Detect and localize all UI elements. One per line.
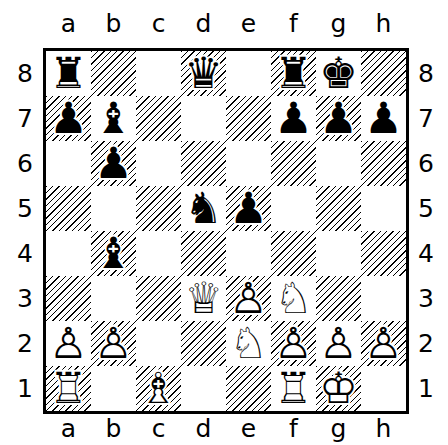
square-b6[interactable]: ♟♟ xyxy=(91,141,136,186)
file-label-b: b xyxy=(91,412,136,445)
square-g3[interactable] xyxy=(316,276,361,321)
piece-white-knight[interactable]: ♞♘ xyxy=(271,276,316,321)
rank-label-2: 2 xyxy=(411,321,441,366)
file-label-a: a xyxy=(46,412,91,445)
square-a5[interactable] xyxy=(46,186,91,231)
piece-black-bishop[interactable]: ♝♝ xyxy=(91,96,136,141)
file-label-e: e xyxy=(226,4,271,42)
square-d2[interactable] xyxy=(181,321,226,366)
file-label-c: c xyxy=(136,4,181,42)
square-d3[interactable]: ♛♕ xyxy=(181,276,226,321)
rank-label-7: 7 xyxy=(411,96,441,141)
square-b7[interactable]: ♝♝ xyxy=(91,96,136,141)
file-label-e: e xyxy=(226,412,271,445)
piece-white-pawn[interactable]: ♟♙ xyxy=(46,321,91,366)
rank-label-5: 5 xyxy=(10,186,40,231)
piece-white-pawn[interactable]: ♟♙ xyxy=(361,321,406,366)
piece-black-king[interactable]: ♚♚ xyxy=(316,51,361,96)
square-d5[interactable]: ♞♞ xyxy=(181,186,226,231)
square-f3[interactable]: ♞♘ xyxy=(271,276,316,321)
rank-label-8: 8 xyxy=(411,51,441,96)
piece-glyph: ♚ xyxy=(316,51,361,96)
piece-white-bishop[interactable]: ♝♗ xyxy=(136,366,181,411)
square-b4[interactable]: ♝♝ xyxy=(91,231,136,276)
file-label-g: g xyxy=(316,412,361,445)
piece-white-pawn[interactable]: ♟♙ xyxy=(271,321,316,366)
piece-white-rook[interactable]: ♜♖ xyxy=(271,366,316,411)
square-c4[interactable] xyxy=(136,231,181,276)
files-top: abcdefgh xyxy=(46,4,406,42)
piece-black-rook[interactable]: ♜♜ xyxy=(46,51,91,96)
rank-label-1: 1 xyxy=(10,366,40,411)
square-e4[interactable] xyxy=(226,231,271,276)
piece-white-pawn[interactable]: ♟♙ xyxy=(316,321,361,366)
square-g5[interactable] xyxy=(316,186,361,231)
file-label-g: g xyxy=(316,4,361,42)
square-g7[interactable]: ♟♟ xyxy=(316,96,361,141)
piece-black-pawn[interactable]: ♟♟ xyxy=(316,96,361,141)
square-d6[interactable] xyxy=(181,141,226,186)
square-a2[interactable]: ♟♙ xyxy=(46,321,91,366)
piece-glyph: ♛ xyxy=(181,51,226,96)
piece-glyph: ♙ xyxy=(226,276,271,321)
square-e3[interactable]: ♟♙ xyxy=(226,276,271,321)
square-c7[interactable] xyxy=(136,96,181,141)
square-g8[interactable]: ♚♚ xyxy=(316,51,361,96)
piece-glyph: ♟ xyxy=(46,96,91,141)
piece-white-knight[interactable]: ♞♘ xyxy=(226,321,271,366)
piece-glyph: ♟ xyxy=(361,96,406,141)
square-f5[interactable] xyxy=(271,186,316,231)
square-f2[interactable]: ♟♙ xyxy=(271,321,316,366)
piece-glyph: ♗ xyxy=(136,366,181,411)
square-b1[interactable] xyxy=(91,366,136,411)
square-a1[interactable]: ♜♖ xyxy=(46,366,91,411)
square-h1[interactable] xyxy=(361,366,406,411)
square-b3[interactable] xyxy=(91,276,136,321)
file-label-d: d xyxy=(181,412,226,445)
piece-glyph: ♟ xyxy=(271,96,316,141)
square-h7[interactable]: ♟♟ xyxy=(361,96,406,141)
piece-white-pawn[interactable]: ♟♙ xyxy=(226,276,271,321)
square-f6[interactable] xyxy=(271,141,316,186)
piece-glyph: ♘ xyxy=(271,276,316,321)
piece-black-pawn[interactable]: ♟♟ xyxy=(226,186,271,231)
files-bottom: abcdefgh xyxy=(46,412,406,445)
square-g4[interactable] xyxy=(316,231,361,276)
square-f4[interactable] xyxy=(271,231,316,276)
square-b2[interactable]: ♟♙ xyxy=(91,321,136,366)
square-a3[interactable] xyxy=(46,276,91,321)
file-label-a: a xyxy=(46,4,91,42)
ranks-left: 87654321 xyxy=(10,51,40,411)
square-e5[interactable]: ♟♟ xyxy=(226,186,271,231)
square-b5[interactable] xyxy=(91,186,136,231)
piece-glyph: ♖ xyxy=(46,366,91,411)
square-h5[interactable] xyxy=(361,186,406,231)
rank-label-3: 3 xyxy=(10,276,40,321)
piece-black-pawn[interactable]: ♟♟ xyxy=(46,96,91,141)
piece-white-rook[interactable]: ♜♖ xyxy=(46,366,91,411)
piece-glyph: ♞ xyxy=(181,186,226,231)
file-label-b: b xyxy=(91,4,136,42)
square-a8[interactable]: ♜♜ xyxy=(46,51,91,96)
file-label-f: f xyxy=(271,4,316,42)
piece-black-rook[interactable]: ♜♜ xyxy=(271,51,316,96)
rank-label-8: 8 xyxy=(10,51,40,96)
piece-glyph: ♘ xyxy=(226,321,271,366)
rank-label-1: 1 xyxy=(411,366,441,411)
piece-black-pawn[interactable]: ♟♟ xyxy=(271,96,316,141)
piece-glyph: ♟ xyxy=(226,186,271,231)
square-e2[interactable]: ♞♘ xyxy=(226,321,271,366)
square-e7[interactable] xyxy=(226,96,271,141)
square-d7[interactable] xyxy=(181,96,226,141)
piece-glyph: ♜ xyxy=(271,51,316,96)
piece-glyph: ♙ xyxy=(361,321,406,366)
rank-label-3: 3 xyxy=(411,276,441,321)
square-d4[interactable] xyxy=(181,231,226,276)
rank-label-4: 4 xyxy=(10,231,40,276)
file-label-h: h xyxy=(361,412,406,445)
square-f7[interactable]: ♟♟ xyxy=(271,96,316,141)
square-h4[interactable] xyxy=(361,231,406,276)
piece-glyph: ♙ xyxy=(91,321,136,366)
rank-label-6: 6 xyxy=(411,141,441,186)
piece-black-pawn[interactable]: ♟♟ xyxy=(361,96,406,141)
square-h3[interactable] xyxy=(361,276,406,321)
square-c8[interactable] xyxy=(136,51,181,96)
chess-board: ♜♜♛♛♜♜♚♚♟♟♝♝♟♟♟♟♟♟♟♟♞♞♟♟♝♝♛♕♟♙♞♘♟♙♟♙♞♘♟♙… xyxy=(43,48,409,414)
square-d1[interactable] xyxy=(181,366,226,411)
piece-glyph: ♕ xyxy=(181,276,226,321)
square-a6[interactable] xyxy=(46,141,91,186)
square-a7[interactable]: ♟♟ xyxy=(46,96,91,141)
square-f1[interactable]: ♜♖ xyxy=(271,366,316,411)
square-b8[interactable] xyxy=(91,51,136,96)
chess-diagram: abcdefgh 87654321 ♜♜♛♛♜♜♚♚♟♟♝♝♟♟♟♟♟♟♟♟♞♞… xyxy=(0,0,448,445)
piece-glyph: ♖ xyxy=(271,366,316,411)
square-d8[interactable]: ♛♛ xyxy=(181,51,226,96)
piece-glyph: ♜ xyxy=(46,51,91,96)
rank-label-2: 2 xyxy=(10,321,40,366)
square-g6[interactable] xyxy=(316,141,361,186)
file-label-h: h xyxy=(361,4,406,42)
square-c2[interactable] xyxy=(136,321,181,366)
piece-glyph: ♙ xyxy=(46,321,91,366)
piece-white-pawn[interactable]: ♟♙ xyxy=(91,321,136,366)
square-c3[interactable] xyxy=(136,276,181,321)
square-h8[interactable] xyxy=(361,51,406,96)
ranks-right: 87654321 xyxy=(411,51,441,411)
rank-label-7: 7 xyxy=(10,96,40,141)
piece-glyph: ♟ xyxy=(91,141,136,186)
piece-glyph: ♔ xyxy=(316,366,361,411)
piece-glyph: ♙ xyxy=(316,321,361,366)
square-e6[interactable] xyxy=(226,141,271,186)
file-label-d: d xyxy=(181,4,226,42)
piece-black-knight[interactable]: ♞♞ xyxy=(181,186,226,231)
rank-label-5: 5 xyxy=(411,186,441,231)
piece-white-king[interactable]: ♚♔ xyxy=(316,366,361,411)
square-c6[interactable] xyxy=(136,141,181,186)
file-label-c: c xyxy=(136,412,181,445)
piece-glyph: ♝ xyxy=(91,96,136,141)
square-e8[interactable] xyxy=(226,51,271,96)
rank-label-6: 6 xyxy=(10,141,40,186)
square-g1[interactable]: ♚♔ xyxy=(316,366,361,411)
piece-glyph: ♝ xyxy=(91,231,136,276)
piece-black-pawn[interactable]: ♟♟ xyxy=(91,141,136,186)
piece-white-queen[interactable]: ♛♕ xyxy=(181,276,226,321)
square-g2[interactable]: ♟♙ xyxy=(316,321,361,366)
file-label-f: f xyxy=(271,412,316,445)
square-c5[interactable] xyxy=(136,186,181,231)
piece-glyph: ♙ xyxy=(271,321,316,366)
piece-black-queen[interactable]: ♛♛ xyxy=(181,51,226,96)
piece-black-bishop[interactable]: ♝♝ xyxy=(91,231,136,276)
square-h6[interactable] xyxy=(361,141,406,186)
rank-label-4: 4 xyxy=(411,231,441,276)
square-e1[interactable] xyxy=(226,366,271,411)
piece-glyph: ♟ xyxy=(316,96,361,141)
square-a4[interactable] xyxy=(46,231,91,276)
square-c1[interactable]: ♝♗ xyxy=(136,366,181,411)
square-f8[interactable]: ♜♜ xyxy=(271,51,316,96)
square-h2[interactable]: ♟♙ xyxy=(361,321,406,366)
